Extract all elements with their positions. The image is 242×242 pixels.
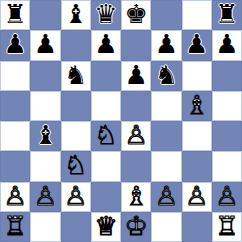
square-e4[interactable]: ♙ [121, 121, 151, 151]
white-king[interactable]: ♔ [124, 213, 147, 239]
white-pawn[interactable]: ♙ [64, 183, 87, 209]
square-d6[interactable] [91, 61, 121, 91]
square-h7[interactable]: ♟ [212, 30, 242, 60]
white-bishop[interactable]: ♗ [185, 92, 208, 118]
black-bishop[interactable]: ♝ [34, 122, 57, 148]
square-a5[interactable] [0, 91, 30, 121]
square-g6[interactable] [182, 61, 212, 91]
black-pawn[interactable]: ♟ [185, 31, 208, 57]
white-knight[interactable]: ♘ [94, 122, 117, 148]
square-g1[interactable] [182, 212, 212, 242]
square-h5[interactable] [212, 91, 242, 121]
black-knight[interactable]: ♞ [64, 62, 87, 88]
white-rook[interactable]: ♖ [3, 213, 26, 239]
square-c2[interactable]: ♙ [61, 182, 91, 212]
square-d8[interactable]: ♛ [91, 0, 121, 30]
black-pawn[interactable]: ♟ [34, 31, 57, 57]
square-g4[interactable] [182, 121, 212, 151]
square-a1[interactable]: ♖ [0, 212, 30, 242]
square-a3[interactable] [0, 151, 30, 181]
black-pawn[interactable]: ♟ [3, 31, 26, 57]
square-b8[interactable] [30, 0, 60, 30]
square-a8[interactable]: ♜ [0, 0, 30, 30]
black-king[interactable]: ♚ [124, 1, 147, 27]
black-pawn[interactable]: ♟ [94, 31, 117, 57]
square-g3[interactable] [182, 151, 212, 181]
square-c7[interactable] [61, 30, 91, 60]
square-c3[interactable]: ♘ [61, 151, 91, 181]
white-pawn[interactable]: ♙ [155, 183, 178, 209]
square-d3[interactable] [91, 151, 121, 181]
square-c4[interactable] [61, 121, 91, 151]
white-pawn[interactable]: ♙ [34, 183, 57, 209]
square-e5[interactable] [121, 91, 151, 121]
square-d2[interactable] [91, 182, 121, 212]
square-b6[interactable] [30, 61, 60, 91]
square-g5[interactable]: ♗ [182, 91, 212, 121]
square-e2[interactable]: ♗ [121, 182, 151, 212]
square-f2[interactable]: ♙ [151, 182, 181, 212]
square-e3[interactable] [121, 151, 151, 181]
square-a2[interactable]: ♙ [0, 182, 30, 212]
square-f4[interactable] [151, 121, 181, 151]
square-c8[interactable]: ♝ [61, 0, 91, 30]
white-rook[interactable]: ♖ [215, 213, 238, 239]
square-b2[interactable]: ♙ [30, 182, 60, 212]
square-f6[interactable]: ♞ [151, 61, 181, 91]
chess-board: ♜♝♛♚♜♟♟♟♟♟♟♞♟♞♗♝♘♙♘♙♙♙♗♙♙♙♖♕♔♖ [0, 0, 242, 242]
white-knight[interactable]: ♘ [64, 152, 87, 178]
square-e6[interactable]: ♟ [121, 61, 151, 91]
square-a4[interactable] [0, 121, 30, 151]
square-h4[interactable] [212, 121, 242, 151]
square-h3[interactable] [212, 151, 242, 181]
white-pawn[interactable]: ♙ [3, 183, 26, 209]
square-e1[interactable]: ♔ [121, 212, 151, 242]
black-knight[interactable]: ♞ [155, 62, 178, 88]
square-f8[interactable] [151, 0, 181, 30]
black-pawn[interactable]: ♟ [155, 31, 178, 57]
square-e7[interactable] [121, 30, 151, 60]
square-b4[interactable]: ♝ [30, 121, 60, 151]
square-c5[interactable] [61, 91, 91, 121]
square-h6[interactable] [212, 61, 242, 91]
square-f1[interactable] [151, 212, 181, 242]
black-queen[interactable]: ♛ [94, 1, 117, 27]
square-d4[interactable]: ♘ [91, 121, 121, 151]
square-b3[interactable] [30, 151, 60, 181]
square-d5[interactable] [91, 91, 121, 121]
square-h8[interactable]: ♜ [212, 0, 242, 30]
square-g2[interactable]: ♙ [182, 182, 212, 212]
white-queen[interactable]: ♕ [94, 213, 117, 239]
square-a6[interactable] [0, 61, 30, 91]
square-d7[interactable]: ♟ [91, 30, 121, 60]
square-h2[interactable]: ♙ [212, 182, 242, 212]
square-g8[interactable] [182, 0, 212, 30]
square-a7[interactable]: ♟ [0, 30, 30, 60]
square-c1[interactable] [61, 212, 91, 242]
white-pawn[interactable]: ♙ [124, 122, 147, 148]
white-pawn[interactable]: ♙ [215, 183, 238, 209]
square-d1[interactable]: ♕ [91, 212, 121, 242]
square-b5[interactable] [30, 91, 60, 121]
white-bishop[interactable]: ♗ [124, 183, 147, 209]
square-b7[interactable]: ♟ [30, 30, 60, 60]
square-b1[interactable] [30, 212, 60, 242]
square-f3[interactable] [151, 151, 181, 181]
black-pawn[interactable]: ♟ [215, 31, 238, 57]
square-c6[interactable]: ♞ [61, 61, 91, 91]
black-rook[interactable]: ♜ [215, 1, 238, 27]
white-pawn[interactable]: ♙ [185, 183, 208, 209]
square-f7[interactable]: ♟ [151, 30, 181, 60]
black-pawn[interactable]: ♟ [124, 62, 147, 88]
square-g7[interactable]: ♟ [182, 30, 212, 60]
square-h1[interactable]: ♖ [212, 212, 242, 242]
black-bishop[interactable]: ♝ [64, 1, 87, 27]
square-e8[interactable]: ♚ [121, 0, 151, 30]
black-rook[interactable]: ♜ [3, 1, 26, 27]
square-f5[interactable] [151, 91, 181, 121]
